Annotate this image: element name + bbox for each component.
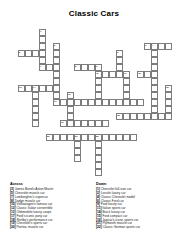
grid-cell[interactable] xyxy=(67,134,74,141)
grid-cell[interactable] xyxy=(67,106,74,113)
grid-cell[interactable]: 17 xyxy=(53,99,60,106)
grid-cell[interactable] xyxy=(123,92,130,99)
grid-cell[interactable] xyxy=(60,134,67,141)
grid-cell[interactable] xyxy=(74,148,81,155)
grid-cell[interactable] xyxy=(123,85,130,92)
grid-cell[interactable] xyxy=(151,99,158,106)
grid-cell[interactable] xyxy=(123,134,130,141)
grid-cell[interactable] xyxy=(53,92,60,99)
grid-cell[interactable] xyxy=(53,50,60,57)
grid-cell[interactable] xyxy=(95,92,102,99)
grid-cell[interactable]: 18 xyxy=(116,113,123,120)
grid-cell[interactable] xyxy=(74,99,81,106)
grid-cell[interactable]: 12 xyxy=(137,71,144,78)
grid-cell[interactable]: 4 xyxy=(151,43,158,50)
cell-number: 12 xyxy=(138,72,141,74)
across-header: Across xyxy=(10,183,94,187)
grid-cell[interactable] xyxy=(81,120,88,127)
cell-number: 13 xyxy=(19,86,22,88)
cell-number: 17 xyxy=(54,100,57,102)
grid-cell[interactable] xyxy=(25,85,32,92)
grid-cell[interactable]: 8 xyxy=(74,64,81,71)
grid-cell[interactable] xyxy=(151,57,158,64)
grid-cell[interactable] xyxy=(116,64,123,71)
grid-cell[interactable] xyxy=(130,99,137,106)
grid-cell[interactable]: 16 xyxy=(67,92,74,99)
grid-cell[interactable] xyxy=(53,134,60,141)
grid-cell[interactable] xyxy=(67,113,74,120)
grid-cell[interactable]: 3 xyxy=(144,43,151,50)
down-clues: Down [1]Chevrolet full-size car[2]Lincol… xyxy=(96,183,186,230)
grid-cell[interactable] xyxy=(158,113,165,120)
grid-cell[interactable] xyxy=(165,99,172,106)
cell-number: 14 xyxy=(33,86,36,88)
grid-cell[interactable] xyxy=(123,99,130,106)
cell-number: 9 xyxy=(96,65,97,67)
cell-number: 5 xyxy=(19,51,20,53)
grid-cell[interactable] xyxy=(151,113,158,120)
grid-cell[interactable]: 10 xyxy=(95,71,102,78)
grid-cell[interactable] xyxy=(116,134,123,141)
cell-number: 10 xyxy=(96,72,99,74)
grid-cell[interactable] xyxy=(95,148,102,155)
grid-cell[interactable] xyxy=(88,120,95,127)
cell-number: 6 xyxy=(117,51,118,53)
clue-item: [20]Pontiac muscle car xyxy=(10,226,94,229)
cell-number: 2 xyxy=(54,44,55,46)
grid-cell[interactable] xyxy=(74,155,81,162)
grid-cell[interactable] xyxy=(165,43,172,50)
cell-number: 20 xyxy=(47,135,50,137)
cell-number: 11 xyxy=(124,72,126,74)
grid-cell[interactable] xyxy=(32,92,39,99)
grid-cell[interactable] xyxy=(95,99,102,106)
clue-text: Classic German sports car xyxy=(102,225,140,229)
grid-cell[interactable] xyxy=(88,64,95,71)
grid-cell[interactable] xyxy=(144,71,151,78)
grid-cell[interactable] xyxy=(144,113,151,120)
grid-cell[interactable] xyxy=(151,71,158,78)
grid-cell[interactable]: 21 xyxy=(74,134,81,141)
cell-number: 19 xyxy=(61,121,64,123)
grid-cell[interactable] xyxy=(116,57,123,64)
grid-cell[interactable] xyxy=(102,120,109,127)
grid-cell[interactable] xyxy=(151,106,158,113)
across-clue-list: [3]James Bond's Aston Martin[5]Chevrolet… xyxy=(10,188,94,229)
grid-cell[interactable] xyxy=(109,71,116,78)
grid-cell[interactable] xyxy=(116,99,123,106)
grid-cell[interactable] xyxy=(158,43,165,50)
grid-cell[interactable] xyxy=(165,92,172,99)
grid-cell[interactable] xyxy=(137,113,144,120)
grid-cell[interactable] xyxy=(46,85,53,92)
grid-cell[interactable] xyxy=(32,120,39,127)
cell-number: 18 xyxy=(117,114,120,116)
grid-cell[interactable] xyxy=(81,134,88,141)
grid-cell[interactable]: 22 xyxy=(95,134,102,141)
grid-cell[interactable] xyxy=(53,71,60,78)
grid-cell[interactable]: 19 xyxy=(60,120,67,127)
grid-cell[interactable]: 5 xyxy=(18,50,25,57)
grid-cell[interactable] xyxy=(81,99,88,106)
grid-cell[interactable] xyxy=(74,141,81,148)
cell-number: 21 xyxy=(75,135,78,137)
grid-cell[interactable] xyxy=(165,113,172,120)
grid-cell[interactable] xyxy=(151,64,158,71)
grid-cell[interactable] xyxy=(53,85,60,92)
grid-cell[interactable]: 11 xyxy=(123,71,130,78)
down-header: Down xyxy=(96,183,186,187)
grid-cell[interactable] xyxy=(116,71,123,78)
grid-cell[interactable] xyxy=(151,85,158,92)
grid-cell[interactable] xyxy=(165,106,172,113)
grid-cell[interactable] xyxy=(95,141,102,148)
grid-cell[interactable]: 15 xyxy=(165,85,172,92)
grid-cell[interactable] xyxy=(102,71,109,78)
grid-cell[interactable] xyxy=(109,99,116,106)
clue-item: [22]Classic German sports car xyxy=(96,226,186,229)
grid-cell[interactable] xyxy=(74,120,81,127)
grid-cell[interactable] xyxy=(39,85,46,92)
across-clues: Across [3]James Bond's Aston Martin[5]Ch… xyxy=(10,183,94,230)
clue-number: [22] xyxy=(96,225,102,229)
grid-cell[interactable] xyxy=(39,50,46,57)
grid-cell[interactable] xyxy=(67,99,74,106)
grid-cell[interactable] xyxy=(53,57,60,64)
grid-cell[interactable] xyxy=(25,50,32,57)
grid-cell[interactable]: 14 xyxy=(32,85,39,92)
cell-number: 4 xyxy=(152,44,153,46)
down-clue-list: [1]Chevrolet full-size car[2]Lincoln lux… xyxy=(96,188,186,229)
cell-number: 15 xyxy=(166,86,169,88)
grid-cell[interactable] xyxy=(67,120,74,127)
clue-text: Pontiac muscle car xyxy=(16,225,43,229)
grid-cell[interactable] xyxy=(60,99,67,106)
grid-cell[interactable]: 13 xyxy=(18,85,25,92)
grid-cell[interactable] xyxy=(109,134,116,141)
cell-number: 8 xyxy=(75,65,76,67)
grid-cell[interactable] xyxy=(32,106,39,113)
grid-cell[interactable] xyxy=(53,78,60,85)
cell-number: 16 xyxy=(68,93,71,95)
grid-cell[interactable] xyxy=(123,113,130,120)
grid-cell[interactable] xyxy=(88,99,95,106)
grid-cell[interactable] xyxy=(102,134,109,141)
crossword-grid: 12345678910111213141516171819202122 xyxy=(0,0,188,180)
grid-cell[interactable] xyxy=(46,64,53,71)
grid-cell[interactable] xyxy=(151,78,158,85)
grid-cell[interactable] xyxy=(32,99,39,106)
grid-cell[interactable]: 7 xyxy=(39,64,46,71)
grid-cell[interactable] xyxy=(151,92,158,99)
grid-cell[interactable]: 6 xyxy=(116,50,123,57)
grid-cell[interactable]: 1 xyxy=(39,29,46,36)
grid-cell[interactable] xyxy=(39,43,46,50)
grid-cell[interactable] xyxy=(39,36,46,43)
grid-cell[interactable]: 20 xyxy=(46,134,53,141)
grid-cell[interactable] xyxy=(88,134,95,141)
cell-number: 7 xyxy=(40,65,41,67)
grid-cell[interactable] xyxy=(95,78,102,85)
grid-cell[interactable] xyxy=(95,85,102,92)
grid-cell[interactable] xyxy=(95,155,102,162)
grid-cell[interactable] xyxy=(151,50,158,57)
grid-cell[interactable] xyxy=(32,113,39,120)
grid-cell[interactable] xyxy=(95,162,102,169)
cell-number: 22 xyxy=(96,135,99,137)
grid-cell[interactable] xyxy=(102,99,109,106)
grid-cell[interactable]: 9 xyxy=(95,64,102,71)
cell-number: 3 xyxy=(145,44,146,46)
grid-cell[interactable] xyxy=(95,169,102,176)
grid-cell[interactable] xyxy=(39,57,46,64)
grid-cell[interactable] xyxy=(81,64,88,71)
cell-number: 1 xyxy=(40,30,41,32)
grid-cell[interactable] xyxy=(95,120,102,127)
grid-cell[interactable] xyxy=(32,50,39,57)
grid-cell[interactable] xyxy=(53,64,60,71)
clue-number: [20] xyxy=(10,225,16,229)
grid-cell[interactable]: 2 xyxy=(53,43,60,50)
grid-cell[interactable] xyxy=(130,134,137,141)
grid-cell[interactable] xyxy=(123,78,130,85)
grid-cell[interactable] xyxy=(137,99,144,106)
crossword-page: { "game": "crossword", "title": "Classic… xyxy=(0,0,188,243)
grid-cell[interactable] xyxy=(130,113,137,120)
